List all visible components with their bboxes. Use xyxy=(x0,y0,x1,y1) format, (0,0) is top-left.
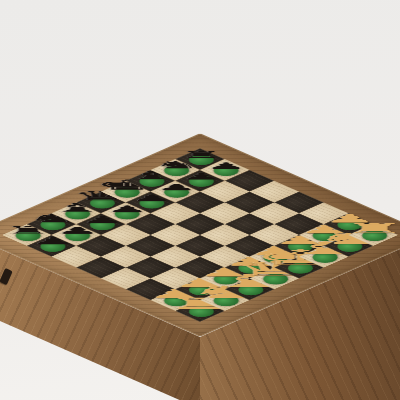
box-hinge xyxy=(0,268,13,285)
chess-set-photo: ♜♞♝♛♚♝♞♜♟♟♟♟♟♟♟♟♟♟♟♟♟♟♟♟♜♞♝♛♚♝♞♜ xyxy=(0,0,400,400)
piece-glyph: ♜ xyxy=(180,150,222,159)
piece-glyph: ♜ xyxy=(343,222,400,235)
piece-glyph: ♟ xyxy=(206,162,246,170)
